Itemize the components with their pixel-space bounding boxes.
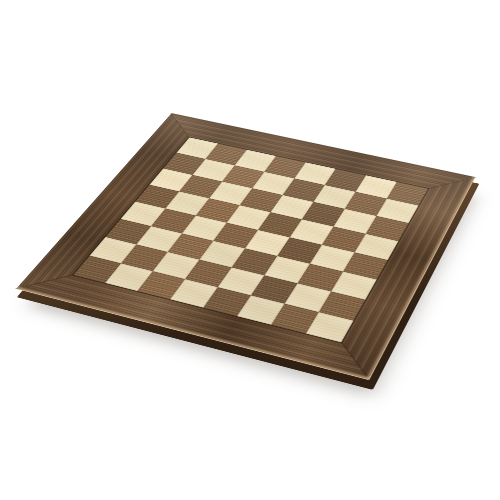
- product-photo: [0, 0, 500, 500]
- chess-board: [16, 113, 476, 380]
